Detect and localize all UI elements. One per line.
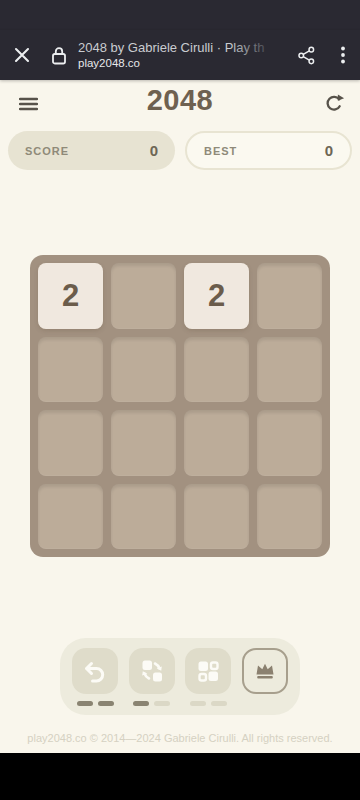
undo-icon xyxy=(81,657,109,685)
palette-tool xyxy=(185,648,231,715)
board-cell-r1c3 xyxy=(257,337,322,403)
screen: 2048 by Gabriele Cirulli · Play th play2… xyxy=(0,0,360,800)
board-cell-r1c0 xyxy=(38,337,103,403)
title-fade xyxy=(230,38,286,55)
status-bar xyxy=(0,0,360,30)
swap-tiles-icon xyxy=(138,657,166,685)
power-ups-toolbar xyxy=(60,638,300,715)
use-pip-dark xyxy=(98,701,114,706)
undo-tool xyxy=(72,648,118,715)
board-cell-r3c1 xyxy=(111,484,176,550)
close-button[interactable] xyxy=(0,30,44,80)
board-cell-r1c1 xyxy=(111,337,176,403)
undo-button[interactable] xyxy=(72,648,118,694)
board-cell-r0c1 xyxy=(111,263,176,329)
share-button[interactable] xyxy=(286,30,326,80)
best-label: BEST xyxy=(204,145,237,157)
close-icon xyxy=(13,46,31,64)
premium-crown-button[interactable] xyxy=(242,648,288,694)
board-cell-r0c3 xyxy=(257,263,322,329)
swap-uses xyxy=(133,701,170,706)
app-header: 2048 xyxy=(0,80,360,128)
board-cell-r0c2: 2 xyxy=(184,263,249,329)
page-url: play2048.co xyxy=(78,56,286,70)
board-cell-r2c2 xyxy=(184,410,249,476)
undo-uses xyxy=(77,701,114,706)
swap-tiles-button[interactable] xyxy=(129,648,175,694)
board-cell-r2c0 xyxy=(38,410,103,476)
overflow-menu-icon xyxy=(334,45,352,65)
crown-icon xyxy=(252,658,278,684)
board-cell-r1c2 xyxy=(184,337,249,403)
palette-uses xyxy=(190,701,227,706)
overflow-menu-button[interactable] xyxy=(326,30,360,80)
custom-tab-bar: 2048 by Gabriele Cirulli · Play th play2… xyxy=(0,30,360,80)
game-title: 2048 xyxy=(0,84,360,117)
board-cell-r0c0: 2 xyxy=(38,263,103,329)
lock-icon xyxy=(51,46,67,65)
use-pip-light xyxy=(154,701,170,706)
best-value: 0 xyxy=(325,142,333,159)
use-pip-light xyxy=(190,701,206,706)
board-cell-r3c3 xyxy=(257,484,322,550)
board-cell-r2c3 xyxy=(257,410,322,476)
new-game-button[interactable] xyxy=(321,90,347,116)
crown-tool xyxy=(242,648,288,715)
use-pip-dark xyxy=(77,701,93,706)
tile-2: 2 xyxy=(184,263,249,329)
copyright-text: play2048.co © 2014—2024 Gabriele Cirulli… xyxy=(0,732,360,744)
share-icon xyxy=(296,45,317,66)
best-box: BEST 0 xyxy=(185,131,352,170)
use-pip-dark xyxy=(133,701,149,706)
game-board[interactable]: 22 xyxy=(30,255,330,557)
score-label: SCORE xyxy=(25,145,69,157)
swap-tool xyxy=(129,648,175,715)
board-cell-r3c0 xyxy=(38,484,103,550)
board-cell-r3c2 xyxy=(184,484,249,550)
tile-palette-button[interactable] xyxy=(185,648,231,694)
board-cell-r2c1 xyxy=(111,410,176,476)
score-box: SCORE 0 xyxy=(8,131,175,170)
page-title-block: 2048 by Gabriele Cirulli · Play th play2… xyxy=(78,30,286,80)
use-pip-light xyxy=(211,701,227,706)
lock-indicator[interactable] xyxy=(46,30,72,80)
system-nav-bar xyxy=(0,753,360,800)
score-value: 0 xyxy=(150,142,158,159)
tile-palette-icon xyxy=(194,657,222,685)
refresh-icon xyxy=(323,92,345,114)
tile-2: 2 xyxy=(38,263,103,329)
